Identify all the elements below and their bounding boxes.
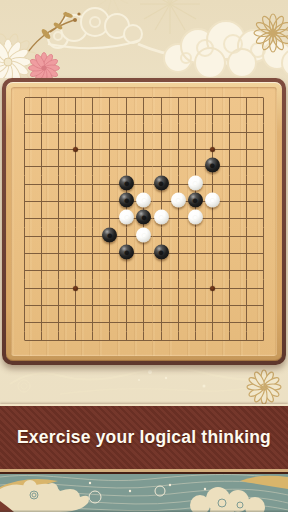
board-intersection[interactable] bbox=[170, 124, 187, 141]
board-intersection[interactable] bbox=[221, 89, 238, 106]
board-intersection[interactable] bbox=[84, 141, 101, 158]
board-intersection[interactable] bbox=[118, 314, 135, 331]
board-intersection[interactable]: ○ bbox=[118, 210, 135, 227]
board-intersection[interactable] bbox=[255, 89, 272, 106]
board-intersection[interactable] bbox=[84, 176, 101, 193]
board-intersection[interactable] bbox=[170, 332, 187, 349]
board-intersection[interactable] bbox=[238, 106, 255, 123]
board-intersection[interactable] bbox=[101, 332, 118, 349]
board-intersection[interactable] bbox=[221, 210, 238, 227]
board-intersection[interactable] bbox=[101, 262, 118, 279]
board-intersection[interactable] bbox=[118, 297, 135, 314]
board-intersection[interactable] bbox=[50, 228, 67, 245]
board-intersection[interactable] bbox=[67, 89, 84, 106]
board-intersection[interactable] bbox=[33, 176, 50, 193]
board-intersection[interactable] bbox=[101, 158, 118, 175]
board-intersection[interactable] bbox=[50, 280, 67, 297]
board-intersection[interactable] bbox=[221, 193, 238, 210]
board-intersection[interactable] bbox=[153, 106, 170, 123]
board-intersection[interactable] bbox=[135, 332, 152, 349]
board-intersection[interactable] bbox=[187, 314, 204, 331]
white-stone: ○ bbox=[205, 193, 220, 208]
board-intersection[interactable] bbox=[16, 297, 33, 314]
board-intersection[interactable] bbox=[33, 280, 50, 297]
white-stone: ○ bbox=[171, 193, 186, 208]
board-intersection[interactable] bbox=[50, 141, 67, 158]
black-stone: ● bbox=[154, 175, 169, 190]
cloud-spiral bbox=[21, 383, 27, 389]
board-intersection[interactable]: ● bbox=[118, 193, 135, 210]
board-intersection[interactable] bbox=[16, 193, 33, 210]
board-intersection[interactable] bbox=[170, 89, 187, 106]
board-intersection[interactable] bbox=[170, 228, 187, 245]
cream-wave bbox=[0, 484, 89, 512]
board-intersection[interactable]: ● bbox=[153, 245, 170, 262]
board-intersection[interactable] bbox=[170, 210, 187, 227]
board-intersection[interactable] bbox=[33, 228, 50, 245]
board-intersection[interactable] bbox=[255, 124, 272, 141]
board-intersection[interactable] bbox=[238, 297, 255, 314]
board-intersection[interactable]: ● bbox=[153, 176, 170, 193]
board-intersection[interactable]: ● bbox=[118, 176, 135, 193]
gomoku-board: ●●●○●○○●○○●○○●○●● bbox=[2, 78, 286, 365]
board-intersection[interactable] bbox=[221, 245, 238, 262]
board-intersection[interactable] bbox=[221, 314, 238, 331]
gold-wave bbox=[240, 476, 288, 489]
board-intersection[interactable]: ● bbox=[204, 158, 221, 175]
board-intersection[interactable] bbox=[153, 297, 170, 314]
board-intersection[interactable] bbox=[135, 262, 152, 279]
board-intersection[interactable]: ● bbox=[187, 193, 204, 210]
pink-chrysanthemum-icon bbox=[29, 53, 60, 79]
board-intersection[interactable] bbox=[170, 176, 187, 193]
black-stone: ● bbox=[119, 175, 134, 190]
gold-chrysanthemum-icon bbox=[247, 370, 281, 404]
board-intersection[interactable] bbox=[255, 262, 272, 279]
black-stone: ● bbox=[119, 193, 134, 208]
board-intersection[interactable] bbox=[33, 141, 50, 158]
board-intersection[interactable] bbox=[118, 106, 135, 123]
board-intersection[interactable] bbox=[135, 314, 152, 331]
board-intersection[interactable] bbox=[255, 245, 272, 262]
board-intersection[interactable] bbox=[50, 89, 67, 106]
board-intersection[interactable] bbox=[255, 158, 272, 175]
board-intersection[interactable] bbox=[101, 297, 118, 314]
board-intersection[interactable] bbox=[255, 228, 272, 245]
board-intersection[interactable] bbox=[84, 158, 101, 175]
white-stone: ○ bbox=[136, 227, 151, 242]
board-intersection[interactable] bbox=[16, 262, 33, 279]
board-intersection[interactable] bbox=[238, 210, 255, 227]
board-intersection[interactable] bbox=[204, 228, 221, 245]
board-intersection[interactable] bbox=[67, 228, 84, 245]
wave-pattern-decoration bbox=[0, 471, 288, 512]
board-intersection[interactable] bbox=[153, 141, 170, 158]
board-intersection[interactable] bbox=[221, 158, 238, 175]
fireworks-icon bbox=[140, 0, 200, 34]
board-intersection[interactable] bbox=[33, 158, 50, 175]
board-intersection[interactable] bbox=[50, 193, 67, 210]
board-intersection[interactable] bbox=[255, 141, 272, 158]
board-intersection[interactable] bbox=[50, 332, 67, 349]
board-intersection[interactable]: ● bbox=[118, 245, 135, 262]
board-intersection[interactable] bbox=[84, 106, 101, 123]
board-intersection[interactable] bbox=[101, 89, 118, 106]
board-intersection[interactable] bbox=[187, 332, 204, 349]
board-intersection[interactable] bbox=[255, 280, 272, 297]
board-intersection[interactable]: ● bbox=[101, 228, 118, 245]
board-intersection[interactable] bbox=[170, 314, 187, 331]
board-intersection[interactable] bbox=[153, 314, 170, 331]
board-intersection[interactable] bbox=[33, 332, 50, 349]
board-intersection[interactable] bbox=[50, 314, 67, 331]
board-intersection[interactable] bbox=[221, 106, 238, 123]
board-intersection[interactable] bbox=[67, 158, 84, 175]
board-intersection[interactable] bbox=[33, 314, 50, 331]
board-intersection[interactable] bbox=[153, 280, 170, 297]
board-intersection[interactable] bbox=[50, 210, 67, 227]
promo-banner: Exercise your logical thinking bbox=[0, 404, 288, 472]
board-intersection[interactable] bbox=[135, 89, 152, 106]
board-intersection[interactable] bbox=[84, 124, 101, 141]
board-intersection[interactable] bbox=[16, 158, 33, 175]
board-intersection[interactable] bbox=[118, 158, 135, 175]
board-intersection[interactable] bbox=[84, 89, 101, 106]
board-intersection[interactable] bbox=[84, 262, 101, 279]
board-intersection[interactable] bbox=[67, 106, 84, 123]
board-intersection[interactable] bbox=[33, 297, 50, 314]
board-intersection[interactable] bbox=[16, 210, 33, 227]
board-intersection[interactable] bbox=[187, 106, 204, 123]
board-intersection[interactable] bbox=[187, 297, 204, 314]
white-stone: ○ bbox=[119, 210, 134, 225]
board-intersection[interactable] bbox=[221, 176, 238, 193]
board-intersection[interactable] bbox=[221, 332, 238, 349]
app-screen: ●●●○●○○●○○●○○●○●● Exercise your logical … bbox=[0, 0, 288, 512]
board-intersection[interactable] bbox=[187, 228, 204, 245]
board-intersection[interactable] bbox=[135, 176, 152, 193]
board-intersection[interactable] bbox=[101, 245, 118, 262]
board-intersection[interactable] bbox=[221, 280, 238, 297]
board-intersection[interactable] bbox=[170, 106, 187, 123]
board-intersection[interactable] bbox=[153, 332, 170, 349]
board-intersection[interactable] bbox=[118, 89, 135, 106]
board-intersection[interactable] bbox=[84, 314, 101, 331]
cloud-line bbox=[10, 368, 258, 384]
cloud-icon bbox=[164, 21, 288, 78]
board-intersection[interactable]: ○ bbox=[187, 176, 204, 193]
top-decoration bbox=[0, 0, 288, 78]
board-intersection[interactable] bbox=[84, 228, 101, 245]
board-frame: ●●●○●○○●○○●○○●○●● bbox=[6, 82, 282, 361]
white-chrysanthemum-icon bbox=[0, 33, 37, 78]
board-intersection[interactable] bbox=[67, 262, 84, 279]
white-stone: ○ bbox=[136, 193, 151, 208]
board-intersection[interactable] bbox=[118, 332, 135, 349]
board-intersection[interactable]: ○ bbox=[204, 193, 221, 210]
cream-wave-right bbox=[190, 487, 265, 512]
board-intersection[interactable] bbox=[101, 176, 118, 193]
board-intersection[interactable] bbox=[255, 176, 272, 193]
board-intersection[interactable] bbox=[16, 176, 33, 193]
board-intersection[interactable] bbox=[84, 193, 101, 210]
board-intersection[interactable] bbox=[67, 245, 84, 262]
star-point bbox=[73, 147, 78, 152]
board-intersection[interactable] bbox=[67, 176, 84, 193]
board-intersection[interactable] bbox=[101, 314, 118, 331]
board-intersection[interactable] bbox=[238, 280, 255, 297]
board-intersection[interactable] bbox=[187, 262, 204, 279]
board-intersection[interactable] bbox=[153, 89, 170, 106]
cloud-tail bbox=[138, 44, 254, 70]
board-intersection[interactable] bbox=[204, 106, 221, 123]
board-intersection[interactable] bbox=[84, 245, 101, 262]
board-intersection[interactable] bbox=[187, 245, 204, 262]
board-intersection[interactable] bbox=[204, 332, 221, 349]
board-intersection[interactable] bbox=[101, 193, 118, 210]
board-intersection[interactable] bbox=[50, 124, 67, 141]
board-intersection[interactable] bbox=[153, 262, 170, 279]
board-intersection[interactable] bbox=[187, 141, 204, 158]
board-intersection[interactable] bbox=[187, 124, 204, 141]
board-intersection[interactable] bbox=[255, 314, 272, 331]
black-stone: ● bbox=[136, 210, 151, 225]
board-intersection[interactable] bbox=[16, 228, 33, 245]
board-intersection[interactable] bbox=[153, 228, 170, 245]
star-point bbox=[210, 286, 215, 291]
board-intersection[interactable] bbox=[67, 297, 84, 314]
board-intersection[interactable] bbox=[238, 158, 255, 175]
board-intersection[interactable] bbox=[67, 193, 84, 210]
black-stone: ● bbox=[205, 158, 220, 173]
board-intersection[interactable] bbox=[204, 297, 221, 314]
board-intersection[interactable] bbox=[135, 280, 152, 297]
board-intersection[interactable] bbox=[255, 332, 272, 349]
board-intersection[interactable] bbox=[238, 314, 255, 331]
cloud-spiral bbox=[18, 380, 30, 392]
board-intersection[interactable] bbox=[170, 245, 187, 262]
board-intersection[interactable] bbox=[33, 262, 50, 279]
board-intersection[interactable] bbox=[204, 176, 221, 193]
board-intersection[interactable] bbox=[204, 245, 221, 262]
board-intersection[interactable] bbox=[255, 210, 272, 227]
board-intersection[interactable] bbox=[204, 280, 221, 297]
board-intersection[interactable] bbox=[101, 210, 118, 227]
board-intersection[interactable] bbox=[16, 245, 33, 262]
cloud-icon bbox=[48, 8, 142, 48]
board-intersection[interactable] bbox=[221, 124, 238, 141]
board-intersection[interactable] bbox=[204, 314, 221, 331]
board-surface: ●●●○●○○●○○●○○●○●● bbox=[11, 87, 277, 356]
board-intersection[interactable] bbox=[153, 193, 170, 210]
board-intersection[interactable] bbox=[101, 280, 118, 297]
cloud-line bbox=[60, 388, 248, 394]
board-intersection[interactable] bbox=[238, 89, 255, 106]
board-intersection[interactable] bbox=[16, 332, 33, 349]
middle-decoration bbox=[0, 360, 288, 404]
gold-wave bbox=[0, 479, 58, 492]
board-intersection[interactable] bbox=[170, 280, 187, 297]
board-intersection[interactable] bbox=[204, 124, 221, 141]
board-intersection[interactable] bbox=[84, 280, 101, 297]
maroon-wave-corner bbox=[0, 501, 14, 512]
board-intersection[interactable] bbox=[33, 89, 50, 106]
board-intersection[interactable] bbox=[67, 314, 84, 331]
board-intersection[interactable] bbox=[118, 262, 135, 279]
board-intersection[interactable] bbox=[33, 106, 50, 123]
board-intersection[interactable] bbox=[50, 262, 67, 279]
board-intersection[interactable] bbox=[170, 262, 187, 279]
board-intersection[interactable] bbox=[255, 106, 272, 123]
board-intersection[interactable] bbox=[221, 262, 238, 279]
board-intersection[interactable] bbox=[118, 228, 135, 245]
board-intersection[interactable] bbox=[238, 332, 255, 349]
board-intersection[interactable] bbox=[84, 297, 101, 314]
board-intersection[interactable] bbox=[67, 332, 84, 349]
board-intersection[interactable] bbox=[153, 124, 170, 141]
board-intersection[interactable] bbox=[204, 141, 221, 158]
board-intersection[interactable] bbox=[135, 106, 152, 123]
board-intersection[interactable] bbox=[118, 124, 135, 141]
board-intersection[interactable] bbox=[238, 262, 255, 279]
board-intersection[interactable] bbox=[238, 245, 255, 262]
board-intersection[interactable] bbox=[50, 106, 67, 123]
board-intersection[interactable] bbox=[238, 176, 255, 193]
board-intersection[interactable]: ○ bbox=[170, 193, 187, 210]
board-intersection[interactable] bbox=[187, 280, 204, 297]
board-intersection[interactable] bbox=[204, 210, 221, 227]
board-intersection[interactable] bbox=[153, 158, 170, 175]
board-intersection[interactable] bbox=[170, 158, 187, 175]
board-intersection[interactable] bbox=[67, 210, 84, 227]
board-intersection[interactable]: ○ bbox=[135, 193, 152, 210]
board-intersection[interactable] bbox=[118, 141, 135, 158]
board-intersection[interactable] bbox=[221, 141, 238, 158]
board-intersection[interactable] bbox=[221, 297, 238, 314]
board-intersection[interactable]: ○ bbox=[135, 228, 152, 245]
board-intersection[interactable] bbox=[135, 297, 152, 314]
board-intersection[interactable] bbox=[16, 124, 33, 141]
white-stone: ○ bbox=[188, 210, 203, 225]
star-point bbox=[73, 286, 78, 291]
board-intersection[interactable] bbox=[101, 141, 118, 158]
board-intersection[interactable] bbox=[16, 280, 33, 297]
board-intersection[interactable] bbox=[50, 297, 67, 314]
board-intersection[interactable] bbox=[238, 124, 255, 141]
board-intersection[interactable] bbox=[33, 210, 50, 227]
board-intersection[interactable] bbox=[67, 124, 84, 141]
board-intersection[interactable] bbox=[101, 124, 118, 141]
board-intersection[interactable] bbox=[16, 106, 33, 123]
board-intersection[interactable] bbox=[50, 158, 67, 175]
white-stone: ○ bbox=[188, 175, 203, 190]
board-intersection[interactable]: ● bbox=[135, 210, 152, 227]
board-intersection[interactable] bbox=[204, 89, 221, 106]
board-intersection[interactable] bbox=[255, 193, 272, 210]
fireworks-icon bbox=[94, 0, 129, 13]
board-intersection[interactable] bbox=[255, 297, 272, 314]
gomoku-board-grid: ●●●○●○○●○○●○○●○●● bbox=[16, 89, 272, 349]
board-intersection[interactable] bbox=[33, 193, 50, 210]
board-intersection[interactable] bbox=[67, 141, 84, 158]
board-intersection[interactable] bbox=[101, 106, 118, 123]
gold-branch-icon bbox=[28, 11, 81, 52]
board-intersection[interactable] bbox=[187, 158, 204, 175]
board-intersection[interactable] bbox=[135, 245, 152, 262]
board-intersection[interactable] bbox=[221, 228, 238, 245]
board-intersection[interactable] bbox=[84, 332, 101, 349]
board-intersection[interactable] bbox=[187, 89, 204, 106]
board-intersection[interactable] bbox=[67, 280, 84, 297]
board-intersection[interactable] bbox=[135, 124, 152, 141]
black-stone: ● bbox=[188, 193, 203, 208]
board-intersection[interactable] bbox=[204, 262, 221, 279]
star-point bbox=[210, 147, 215, 152]
board-intersection[interactable] bbox=[50, 245, 67, 262]
board-intersection[interactable] bbox=[170, 141, 187, 158]
board-intersection[interactable] bbox=[170, 297, 187, 314]
board-intersection[interactable] bbox=[16, 141, 33, 158]
board-intersection[interactable] bbox=[50, 176, 67, 193]
board-intersection[interactable] bbox=[84, 210, 101, 227]
promo-banner-text: Exercise your logical thinking bbox=[17, 427, 271, 448]
board-intersection[interactable] bbox=[135, 158, 152, 175]
board-intersection[interactable] bbox=[118, 280, 135, 297]
board-intersection[interactable] bbox=[33, 124, 50, 141]
white-stone: ○ bbox=[154, 210, 169, 225]
black-stone: ● bbox=[119, 245, 134, 260]
gold-chrysanthemum-icon bbox=[254, 14, 288, 52]
board-intersection[interactable] bbox=[16, 314, 33, 331]
board-intersection[interactable] bbox=[238, 193, 255, 210]
board-intersection[interactable] bbox=[238, 141, 255, 158]
board-intersection[interactable] bbox=[135, 141, 152, 158]
board-intersection[interactable]: ○ bbox=[187, 210, 204, 227]
board-intersection[interactable] bbox=[238, 228, 255, 245]
black-stone: ● bbox=[102, 227, 117, 242]
black-stone: ● bbox=[154, 245, 169, 260]
board-intersection[interactable]: ○ bbox=[153, 210, 170, 227]
board-intersection[interactable] bbox=[33, 245, 50, 262]
board-intersection[interactable] bbox=[16, 89, 33, 106]
